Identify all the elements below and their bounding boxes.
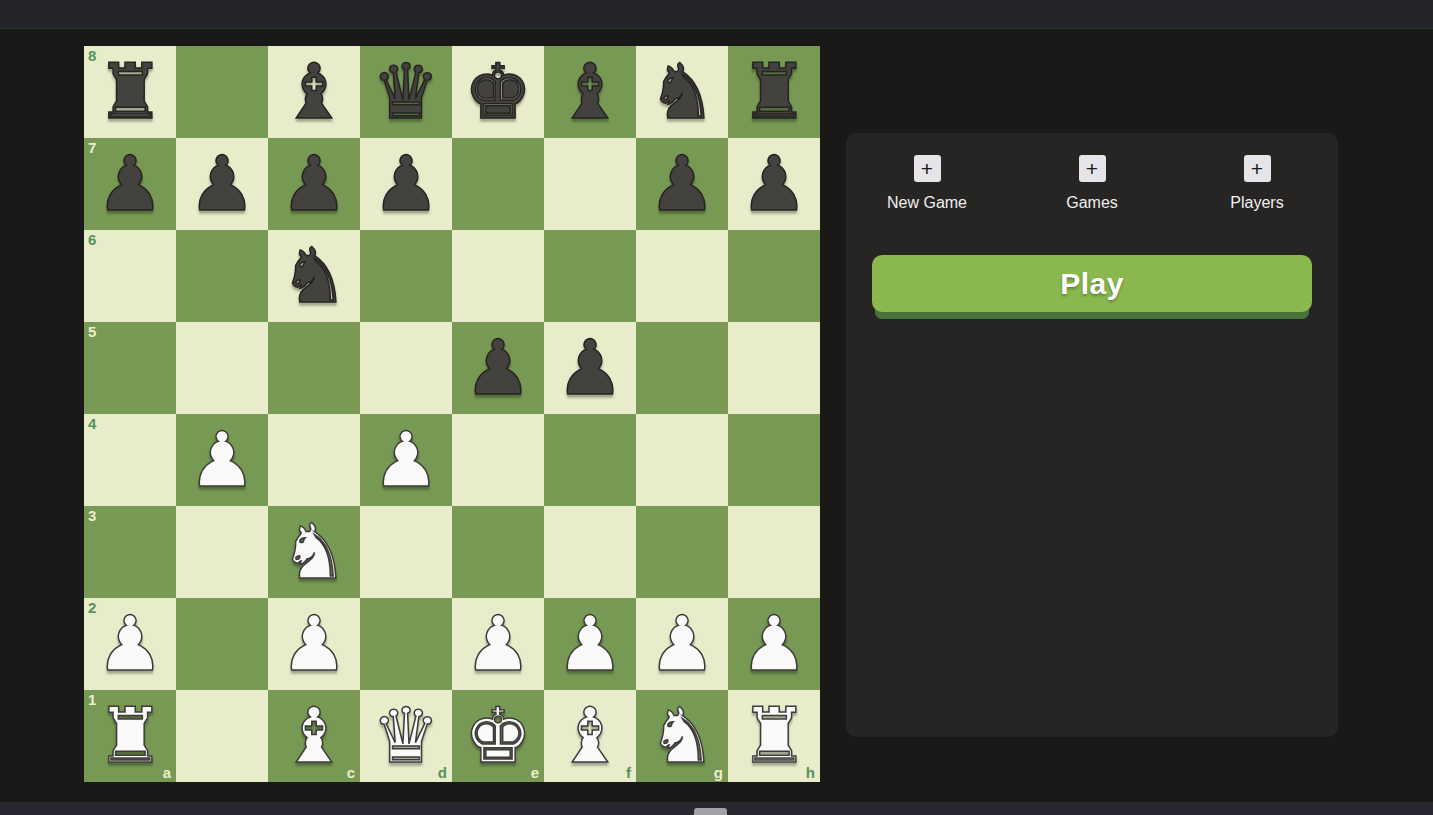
square-c3[interactable]: ♞ bbox=[268, 506, 360, 598]
square-e1[interactable]: e♚ bbox=[452, 690, 544, 782]
square-d5[interactable] bbox=[360, 322, 452, 414]
piece-white-pawn[interactable]: ♟ bbox=[372, 414, 440, 506]
quick-actions-row: + New Game + Games + Players bbox=[846, 155, 1338, 212]
square-e4[interactable] bbox=[452, 414, 544, 506]
square-f7[interactable] bbox=[544, 138, 636, 230]
rank-label-4: 4 bbox=[88, 416, 96, 431]
square-a2[interactable]: 2♟ bbox=[84, 598, 176, 690]
square-f1[interactable]: f♝ bbox=[544, 690, 636, 782]
square-g4[interactable] bbox=[636, 414, 728, 506]
new-game-button[interactable]: + New Game bbox=[867, 155, 987, 212]
rank-label-3: 3 bbox=[88, 508, 96, 523]
square-a7[interactable]: 7♟ bbox=[84, 138, 176, 230]
square-h2[interactable]: ♟ bbox=[728, 598, 820, 690]
piece-black-knight[interactable]: ♞ bbox=[648, 46, 716, 138]
square-a5[interactable]: 5 bbox=[84, 322, 176, 414]
square-f2[interactable]: ♟ bbox=[544, 598, 636, 690]
piece-black-pawn[interactable]: ♟ bbox=[556, 322, 624, 414]
square-e5[interactable]: ♟ bbox=[452, 322, 544, 414]
square-b6[interactable] bbox=[176, 230, 268, 322]
piece-white-pawn[interactable]: ♟ bbox=[648, 598, 716, 690]
top-bar bbox=[0, 0, 1433, 29]
square-c5[interactable] bbox=[268, 322, 360, 414]
piece-white-pawn[interactable]: ♟ bbox=[188, 414, 256, 506]
square-e7[interactable] bbox=[452, 138, 544, 230]
square-g6[interactable] bbox=[636, 230, 728, 322]
square-a3[interactable]: 3 bbox=[84, 506, 176, 598]
new-game-label: New Game bbox=[887, 194, 967, 212]
plus-icon[interactable]: + bbox=[914, 155, 941, 182]
square-c7[interactable]: ♟ bbox=[268, 138, 360, 230]
square-d3[interactable] bbox=[360, 506, 452, 598]
piece-white-rook[interactable]: ♜ bbox=[96, 690, 164, 782]
square-b2[interactable] bbox=[176, 598, 268, 690]
rank-label-5: 5 bbox=[88, 324, 96, 339]
square-g1[interactable]: g♞ bbox=[636, 690, 728, 782]
square-g5[interactable] bbox=[636, 322, 728, 414]
plus-icon[interactable]: + bbox=[1079, 155, 1106, 182]
play-button[interactable]: Play bbox=[872, 255, 1312, 312]
piece-black-pawn[interactable]: ♟ bbox=[188, 138, 256, 230]
piece-black-rook[interactable]: ♜ bbox=[96, 46, 164, 138]
square-g2[interactable]: ♟ bbox=[636, 598, 728, 690]
square-b1[interactable] bbox=[176, 690, 268, 782]
file-label-f: f bbox=[626, 765, 631, 780]
square-d8[interactable]: ♛ bbox=[360, 46, 452, 138]
square-d1[interactable]: d♛ bbox=[360, 690, 452, 782]
chess-board: 8♜♝♛♚♝♞♜7♟♟♟♟♟♟6♞5♟♟4♟♟3♞2♟♟♟♟♟♟1a♜c♝d♛e… bbox=[84, 46, 820, 782]
square-h4[interactable] bbox=[728, 414, 820, 506]
square-f5[interactable]: ♟ bbox=[544, 322, 636, 414]
piece-black-pawn[interactable]: ♟ bbox=[372, 138, 440, 230]
piece-black-pawn[interactable]: ♟ bbox=[96, 138, 164, 230]
square-b5[interactable] bbox=[176, 322, 268, 414]
square-g3[interactable] bbox=[636, 506, 728, 598]
square-c8[interactable]: ♝ bbox=[268, 46, 360, 138]
square-h3[interactable] bbox=[728, 506, 820, 598]
piece-white-pawn[interactable]: ♟ bbox=[464, 598, 532, 690]
square-d7[interactable]: ♟ bbox=[360, 138, 452, 230]
square-h6[interactable] bbox=[728, 230, 820, 322]
piece-white-bishop[interactable]: ♝ bbox=[556, 690, 624, 782]
square-a8[interactable]: 8♜ bbox=[84, 46, 176, 138]
players-button[interactable]: + Players bbox=[1197, 155, 1317, 212]
square-c2[interactable]: ♟ bbox=[268, 598, 360, 690]
piece-black-pawn[interactable]: ♟ bbox=[740, 138, 808, 230]
piece-white-knight[interactable]: ♞ bbox=[648, 690, 716, 782]
square-c6[interactable]: ♞ bbox=[268, 230, 360, 322]
piece-black-knight[interactable]: ♞ bbox=[280, 230, 348, 322]
square-f8[interactable]: ♝ bbox=[544, 46, 636, 138]
piece-black-king[interactable]: ♚ bbox=[464, 46, 532, 138]
square-a1[interactable]: 1a♜ bbox=[84, 690, 176, 782]
players-label: Players bbox=[1230, 194, 1283, 212]
square-e3[interactable] bbox=[452, 506, 544, 598]
rank-label-6: 6 bbox=[88, 232, 96, 247]
piece-white-bishop[interactable]: ♝ bbox=[280, 690, 348, 782]
plus-glyph: + bbox=[1086, 158, 1098, 179]
square-e6[interactable] bbox=[452, 230, 544, 322]
piece-black-bishop[interactable]: ♝ bbox=[280, 46, 348, 138]
piece-white-queen[interactable]: ♛ bbox=[372, 690, 440, 782]
plus-glyph: + bbox=[921, 158, 933, 179]
square-g7[interactable]: ♟ bbox=[636, 138, 728, 230]
square-e2[interactable]: ♟ bbox=[452, 598, 544, 690]
square-e8[interactable]: ♚ bbox=[452, 46, 544, 138]
square-g8[interactable]: ♞ bbox=[636, 46, 728, 138]
square-a6[interactable]: 6 bbox=[84, 230, 176, 322]
piece-white-king[interactable]: ♚ bbox=[464, 690, 532, 782]
square-f3[interactable] bbox=[544, 506, 636, 598]
square-b4[interactable]: ♟ bbox=[176, 414, 268, 506]
square-f6[interactable] bbox=[544, 230, 636, 322]
square-c4[interactable] bbox=[268, 414, 360, 506]
square-h7[interactable]: ♟ bbox=[728, 138, 820, 230]
piece-black-bishop[interactable]: ♝ bbox=[556, 46, 624, 138]
square-c1[interactable]: c♝ bbox=[268, 690, 360, 782]
square-b3[interactable] bbox=[176, 506, 268, 598]
piece-white-pawn[interactable]: ♟ bbox=[740, 598, 808, 690]
piece-black-pawn[interactable]: ♟ bbox=[280, 138, 348, 230]
dock-handle[interactable] bbox=[694, 808, 727, 815]
side-panel: + New Game + Games + Players Play bbox=[846, 133, 1338, 737]
square-d2[interactable] bbox=[360, 598, 452, 690]
piece-black-pawn[interactable]: ♟ bbox=[648, 138, 716, 230]
piece-white-pawn[interactable]: ♟ bbox=[556, 598, 624, 690]
games-button[interactable]: + Games bbox=[1032, 155, 1152, 212]
plus-glyph: + bbox=[1251, 158, 1263, 179]
plus-icon[interactable]: + bbox=[1244, 155, 1271, 182]
piece-black-pawn[interactable]: ♟ bbox=[464, 322, 532, 414]
square-d6[interactable] bbox=[360, 230, 452, 322]
games-label: Games bbox=[1066, 194, 1118, 212]
piece-black-rook[interactable]: ♜ bbox=[740, 46, 808, 138]
square-h5[interactable] bbox=[728, 322, 820, 414]
square-h1[interactable]: h♜ bbox=[728, 690, 820, 782]
square-a4[interactable]: 4 bbox=[84, 414, 176, 506]
square-b7[interactable]: ♟ bbox=[176, 138, 268, 230]
app-screen: 8♜♝♛♚♝♞♜7♟♟♟♟♟♟6♞5♟♟4♟♟3♞2♟♟♟♟♟♟1a♜c♝d♛e… bbox=[0, 0, 1433, 815]
piece-white-knight[interactable]: ♞ bbox=[280, 506, 348, 598]
piece-black-queen[interactable]: ♛ bbox=[372, 46, 440, 138]
piece-white-rook[interactable]: ♜ bbox=[740, 690, 808, 782]
square-h8[interactable]: ♜ bbox=[728, 46, 820, 138]
square-b8[interactable] bbox=[176, 46, 268, 138]
piece-white-pawn[interactable]: ♟ bbox=[280, 598, 348, 690]
square-f4[interactable] bbox=[544, 414, 636, 506]
square-d4[interactable]: ♟ bbox=[360, 414, 452, 506]
piece-white-pawn[interactable]: ♟ bbox=[96, 598, 164, 690]
